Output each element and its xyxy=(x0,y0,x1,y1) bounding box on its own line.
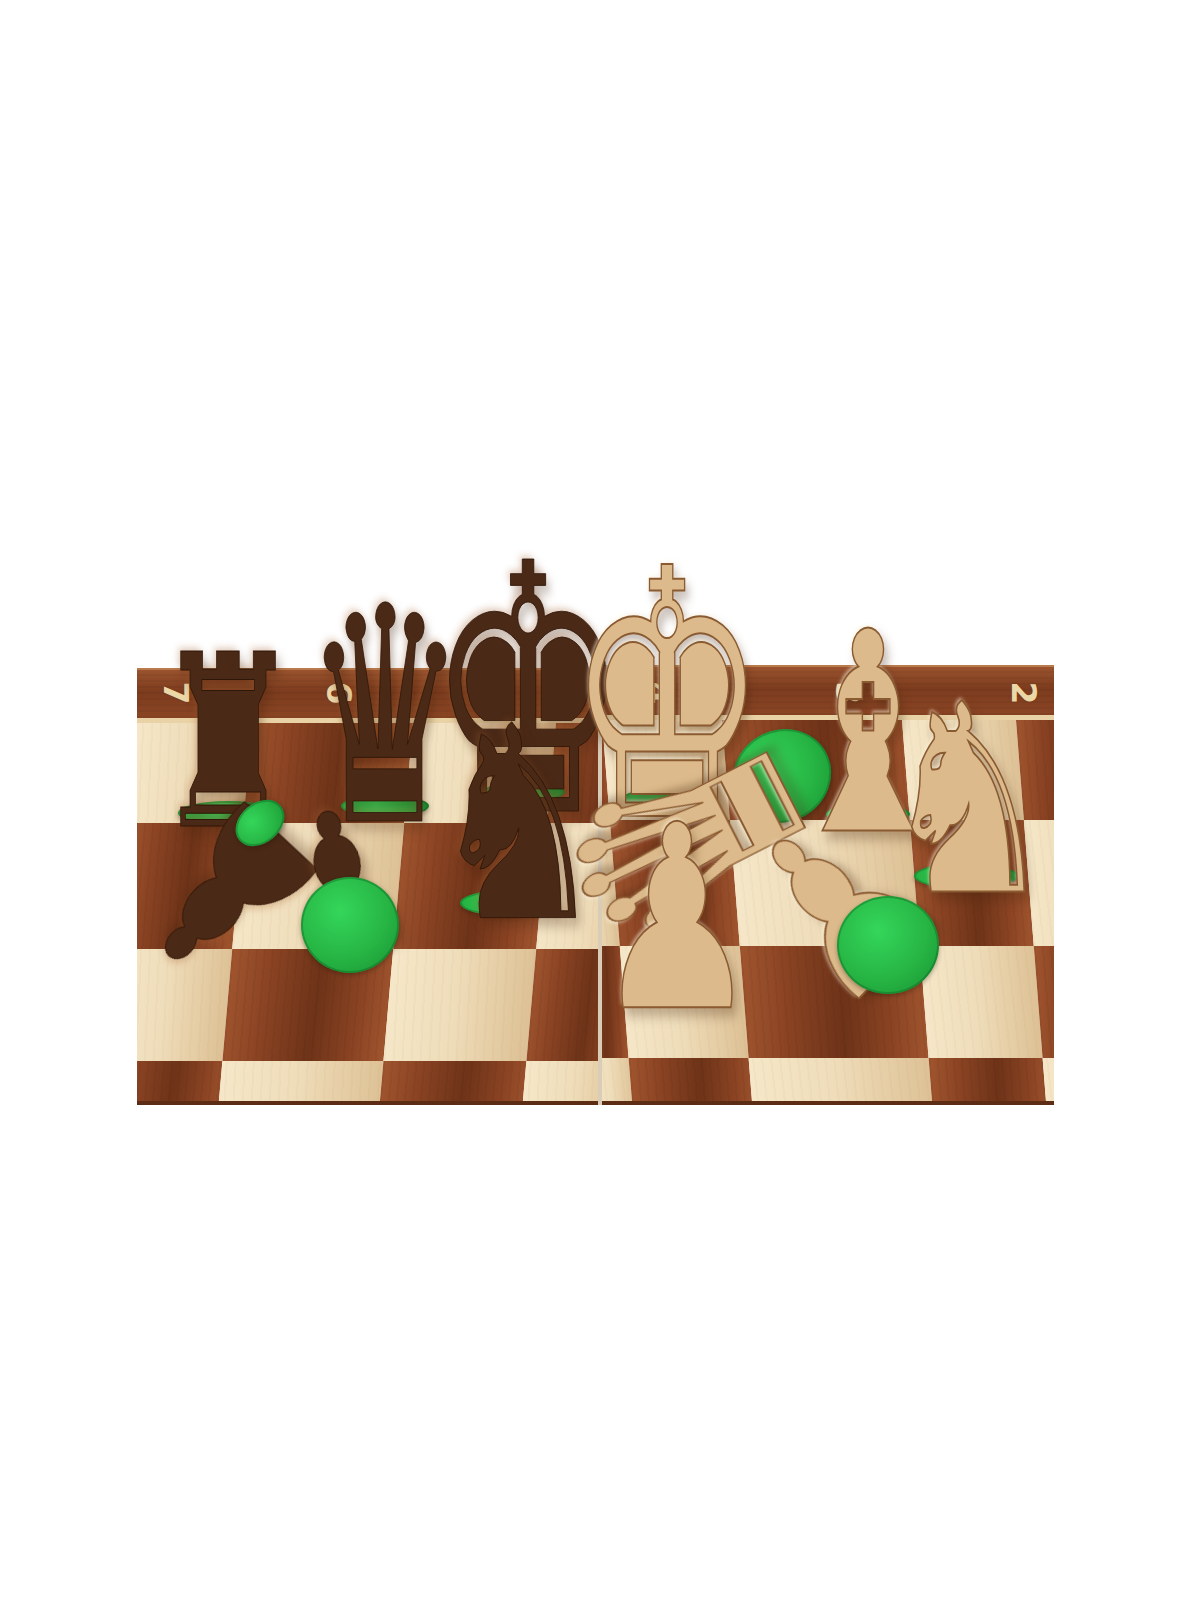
chess-board: 76432 xyxy=(137,668,1053,1105)
board-rail-right xyxy=(602,665,1054,715)
board-squares-right xyxy=(602,720,1054,1105)
board-square xyxy=(526,949,598,1061)
board-square xyxy=(929,1058,1054,1105)
board-square xyxy=(602,720,730,820)
board-square xyxy=(730,820,920,946)
board-half-right xyxy=(602,665,1054,1105)
board-square xyxy=(393,823,547,949)
board-half-left xyxy=(137,668,598,1105)
board-square xyxy=(902,720,1024,820)
board-square xyxy=(137,949,232,1061)
board-square xyxy=(547,723,598,823)
board-square xyxy=(369,1061,526,1105)
board-square xyxy=(137,823,243,949)
board-square xyxy=(222,949,393,1061)
board-square xyxy=(137,1061,222,1105)
board-square xyxy=(243,723,413,823)
board-square xyxy=(137,723,252,823)
board-square xyxy=(232,823,404,949)
board-square xyxy=(536,823,598,949)
product-photo-page: { "game": "chess", "scene": { "descripti… xyxy=(0,0,1200,1600)
board-square xyxy=(740,946,929,1058)
board-square xyxy=(629,1058,762,1105)
board-bottom-edge xyxy=(602,1101,1054,1105)
board-bottom-edge xyxy=(137,1101,598,1105)
board-squares-left xyxy=(137,723,598,1105)
board-square xyxy=(749,1058,942,1105)
board-square xyxy=(920,946,1043,1058)
board-square xyxy=(512,1061,598,1105)
board-square xyxy=(910,820,1034,946)
board-rail-left xyxy=(137,668,598,718)
board-square xyxy=(722,720,910,820)
board-square xyxy=(208,1061,383,1105)
board-square xyxy=(404,723,556,823)
board-square xyxy=(383,949,536,1061)
board-square xyxy=(610,820,740,946)
board-square xyxy=(620,946,749,1058)
